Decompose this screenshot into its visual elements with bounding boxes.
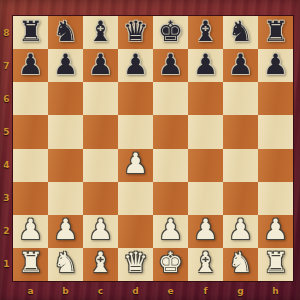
black-bishop: ♝ xyxy=(193,18,218,46)
file-label-b: b xyxy=(48,281,83,300)
square-c3[interactable] xyxy=(83,182,118,215)
square-f1[interactable]: ♝ xyxy=(188,248,223,281)
black-knight: ♞ xyxy=(53,18,78,46)
square-e4[interactable] xyxy=(153,149,188,182)
square-g5[interactable] xyxy=(223,115,258,148)
white-knight: ♞ xyxy=(53,249,78,277)
white-pawn: ♟ xyxy=(193,216,218,244)
square-f6[interactable] xyxy=(188,82,223,115)
square-f5[interactable] xyxy=(188,115,223,148)
file-labels: abcdefgh xyxy=(13,281,293,300)
white-pawn: ♟ xyxy=(18,216,43,244)
black-rook: ♜ xyxy=(18,18,43,46)
square-h7[interactable]: ♟ xyxy=(258,49,293,82)
square-a1[interactable]: ♜ xyxy=(13,248,48,281)
square-d8[interactable]: ♛ xyxy=(118,16,153,49)
board-frame: 87654321 abcdefgh ♜♞♝♛♚♝♞♜♟♟♟♟♟♟♟♟♟♟♟♟♟♟… xyxy=(0,0,300,300)
white-rook: ♜ xyxy=(263,249,288,277)
black-rook: ♜ xyxy=(263,18,288,46)
square-b3[interactable] xyxy=(48,182,83,215)
black-bishop: ♝ xyxy=(88,18,113,46)
file-label-c: c xyxy=(83,281,118,300)
chess-board: ♜♞♝♛♚♝♞♜♟♟♟♟♟♟♟♟♟♟♟♟♟♟♟♟♜♞♝♛♚♝♞♜ xyxy=(13,16,293,281)
square-d4[interactable]: ♟ xyxy=(118,149,153,182)
square-b6[interactable] xyxy=(48,82,83,115)
square-g6[interactable] xyxy=(223,82,258,115)
square-d3[interactable] xyxy=(118,182,153,215)
file-label-a: a xyxy=(13,281,48,300)
white-rook: ♜ xyxy=(18,249,43,277)
square-c2[interactable]: ♟ xyxy=(83,215,118,248)
square-e5[interactable] xyxy=(153,115,188,148)
white-pawn: ♟ xyxy=(158,216,183,244)
square-c7[interactable]: ♟ xyxy=(83,49,118,82)
square-f7[interactable]: ♟ xyxy=(188,49,223,82)
black-pawn: ♟ xyxy=(123,51,148,79)
black-king: ♚ xyxy=(158,18,183,46)
square-h1[interactable]: ♜ xyxy=(258,248,293,281)
square-e6[interactable] xyxy=(153,82,188,115)
square-a4[interactable] xyxy=(13,149,48,182)
white-queen: ♛ xyxy=(123,249,148,277)
file-label-e: e xyxy=(153,281,188,300)
square-c5[interactable] xyxy=(83,115,118,148)
white-bishop: ♝ xyxy=(193,249,218,277)
square-b5[interactable] xyxy=(48,115,83,148)
square-b7[interactable]: ♟ xyxy=(48,49,83,82)
square-g7[interactable]: ♟ xyxy=(223,49,258,82)
square-e1[interactable]: ♚ xyxy=(153,248,188,281)
square-g4[interactable] xyxy=(223,149,258,182)
square-a2[interactable]: ♟ xyxy=(13,215,48,248)
square-f2[interactable]: ♟ xyxy=(188,215,223,248)
square-h5[interactable] xyxy=(258,115,293,148)
white-bishop: ♝ xyxy=(88,249,113,277)
square-h3[interactable] xyxy=(258,182,293,215)
file-label-h: h xyxy=(258,281,293,300)
square-e7[interactable]: ♟ xyxy=(153,49,188,82)
black-pawn: ♟ xyxy=(53,51,78,79)
black-queen: ♛ xyxy=(123,18,148,46)
square-e2[interactable]: ♟ xyxy=(153,215,188,248)
square-b8[interactable]: ♞ xyxy=(48,16,83,49)
square-g3[interactable] xyxy=(223,182,258,215)
square-h6[interactable] xyxy=(258,82,293,115)
square-b2[interactable]: ♟ xyxy=(48,215,83,248)
square-f3[interactable] xyxy=(188,182,223,215)
square-a5[interactable] xyxy=(13,115,48,148)
black-pawn: ♟ xyxy=(228,51,253,79)
square-a6[interactable] xyxy=(13,82,48,115)
white-pawn: ♟ xyxy=(263,216,288,244)
rank-label-1: 1 xyxy=(0,248,13,281)
square-h8[interactable]: ♜ xyxy=(258,16,293,49)
black-knight: ♞ xyxy=(228,18,253,46)
rank-label-2: 2 xyxy=(0,215,13,248)
square-e3[interactable] xyxy=(153,182,188,215)
square-b1[interactable]: ♞ xyxy=(48,248,83,281)
square-g1[interactable]: ♞ xyxy=(223,248,258,281)
square-c4[interactable] xyxy=(83,149,118,182)
square-g8[interactable]: ♞ xyxy=(223,16,258,49)
square-f4[interactable] xyxy=(188,149,223,182)
square-d6[interactable] xyxy=(118,82,153,115)
black-pawn: ♟ xyxy=(88,51,113,79)
square-b4[interactable] xyxy=(48,149,83,182)
square-d2[interactable] xyxy=(118,215,153,248)
rank-label-5: 5 xyxy=(0,115,13,148)
white-pawn: ♟ xyxy=(228,216,253,244)
square-d1[interactable]: ♛ xyxy=(118,248,153,281)
white-king: ♚ xyxy=(158,249,183,277)
black-pawn: ♟ xyxy=(158,51,183,79)
file-label-f: f xyxy=(188,281,223,300)
white-pawn: ♟ xyxy=(53,216,78,244)
white-pawn: ♟ xyxy=(88,216,113,244)
white-pawn: ♟ xyxy=(123,150,148,178)
square-f8[interactable]: ♝ xyxy=(188,16,223,49)
rank-label-3: 3 xyxy=(0,182,13,215)
square-g2[interactable]: ♟ xyxy=(223,215,258,248)
square-e8[interactable]: ♚ xyxy=(153,16,188,49)
file-label-d: d xyxy=(118,281,153,300)
square-c1[interactable]: ♝ xyxy=(83,248,118,281)
rank-label-7: 7 xyxy=(0,49,13,82)
square-a8[interactable]: ♜ xyxy=(13,16,48,49)
rank-label-6: 6 xyxy=(0,82,13,115)
white-knight: ♞ xyxy=(228,249,253,277)
square-a3[interactable] xyxy=(13,182,48,215)
rank-labels: 87654321 xyxy=(0,16,13,281)
rank-label-4: 4 xyxy=(0,149,13,182)
square-h2[interactable]: ♟ xyxy=(258,215,293,248)
black-pawn: ♟ xyxy=(193,51,218,79)
square-d7[interactable]: ♟ xyxy=(118,49,153,82)
file-label-g: g xyxy=(223,281,258,300)
square-d5[interactable] xyxy=(118,115,153,148)
square-a7[interactable]: ♟ xyxy=(13,49,48,82)
square-h4[interactable] xyxy=(258,149,293,182)
black-pawn: ♟ xyxy=(263,51,288,79)
rank-label-8: 8 xyxy=(0,16,13,49)
square-c8[interactable]: ♝ xyxy=(83,16,118,49)
black-pawn: ♟ xyxy=(18,51,43,79)
square-c6[interactable] xyxy=(83,82,118,115)
